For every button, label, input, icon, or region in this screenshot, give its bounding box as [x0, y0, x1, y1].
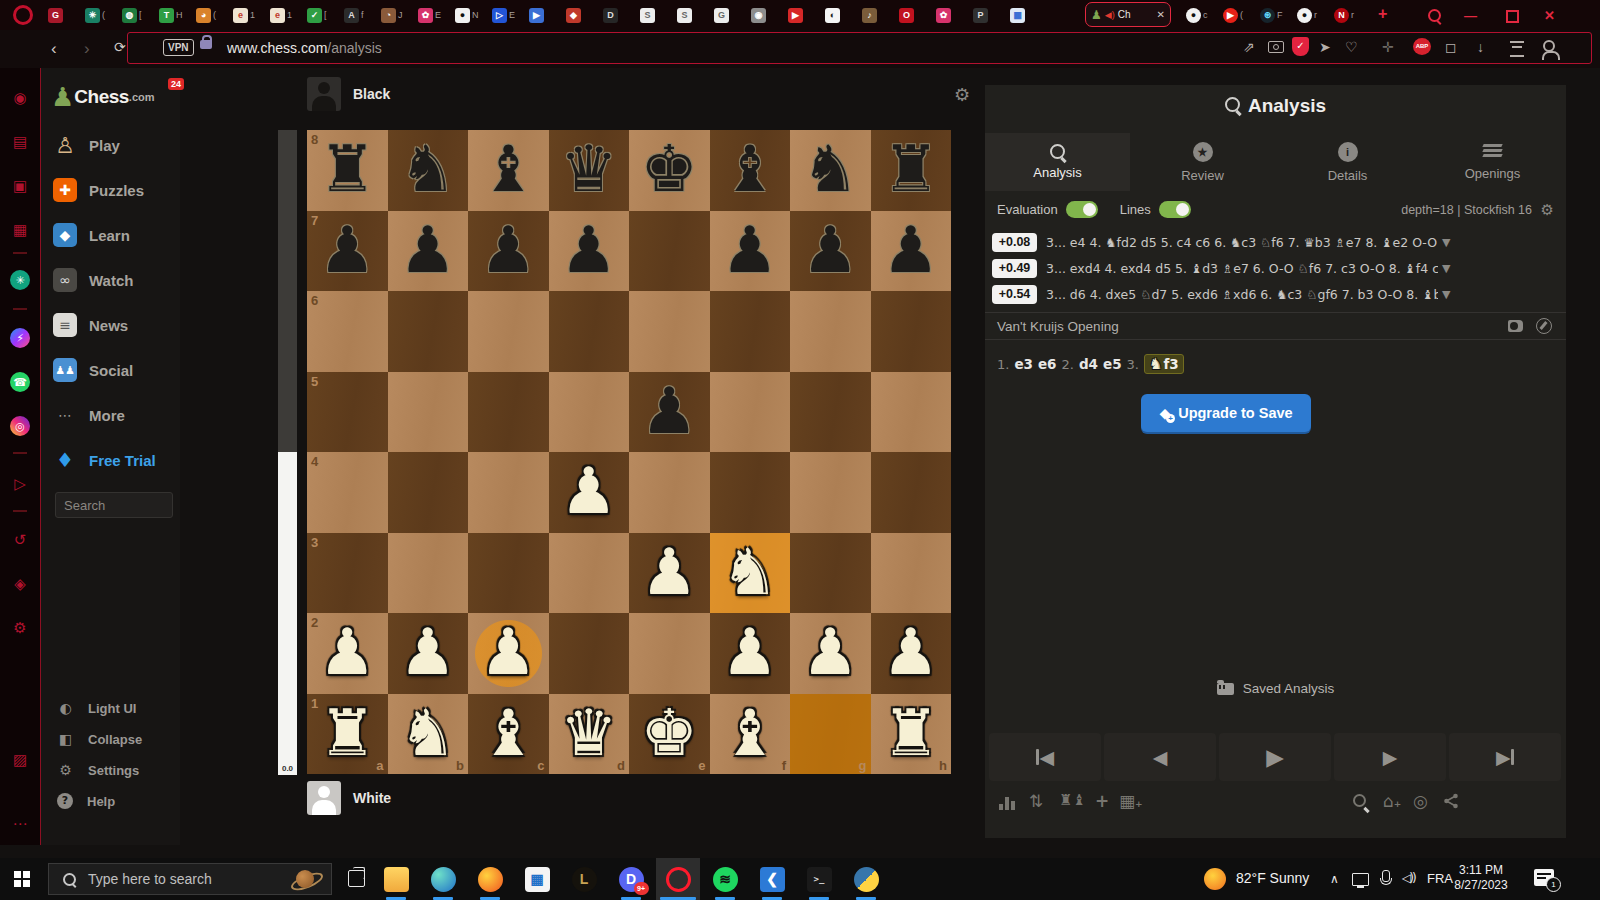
reload-button[interactable]: ⟳	[114, 39, 126, 55]
social-icon: ♟♟	[53, 358, 77, 382]
browser-tab[interactable]: e1	[233, 6, 255, 24]
black-bishop[interactable]: ♝	[710, 130, 791, 211]
extension-cube-icon[interactable]: ◻	[1445, 39, 1457, 55]
chesscom-logo[interactable]: ♟ Chess .com 24	[51, 82, 155, 112]
share-icon[interactable]	[1443, 793, 1459, 813]
taskbar-app-discord[interactable]: D9+	[609, 858, 653, 900]
opening-name[interactable]: Van't Kruijs Opening	[997, 319, 1119, 334]
microsoft-store-icon: ▦	[525, 867, 550, 892]
square-d7[interactable]: ♟	[549, 211, 630, 292]
browser-tab[interactable]: ◆	[566, 6, 583, 24]
taskbar-app-spotify[interactable]: ≋	[703, 858, 747, 900]
black-pawn[interactable]: ♟	[871, 211, 952, 292]
go-to-start-button[interactable]: ◀	[989, 733, 1101, 781]
saved-analysis-row[interactable]: Saved Analysis	[985, 681, 1566, 696]
firefox-icon	[478, 867, 503, 892]
move-text[interactable]: e6	[1038, 356, 1057, 372]
square-d8[interactable]: ♛	[549, 130, 630, 211]
rank-label: 8	[311, 132, 318, 147]
evaluation-toggle-row: Evaluation Lines	[997, 201, 1191, 218]
square-a5[interactable]: 5	[307, 372, 388, 453]
square-f7[interactable]: ♟	[710, 211, 791, 292]
tab-favicon: ◍	[122, 8, 137, 23]
next-move-button[interactable]: ▶	[1334, 733, 1446, 781]
square-a2[interactable]: 2♟	[307, 613, 388, 694]
square-f1[interactable]: f♝	[710, 694, 791, 775]
white-pawn[interactable]: ♟	[629, 533, 710, 614]
file-label: d	[617, 758, 625, 773]
black-pawn[interactable]: ♟	[790, 211, 871, 292]
browser-tab[interactable]: ▦	[1010, 6, 1027, 24]
tab-favicon: ▶	[529, 8, 544, 23]
images-icon[interactable]: ▨	[10, 750, 30, 770]
tab-openings[interactable]: Openings	[1420, 133, 1565, 191]
square-f4[interactable]	[710, 452, 791, 533]
search-icon	[63, 873, 76, 886]
move-text[interactable]: e3	[1014, 356, 1033, 372]
forward-button[interactable]: ›	[84, 39, 90, 59]
engine-line[interactable]: +0.493... exd4 4. exd4 d5 5. ♝d3 ♗e7 6. …	[985, 255, 1566, 281]
minimize-button[interactable]: —	[1464, 8, 1477, 23]
divider	[13, 452, 27, 454]
black-rook[interactable]: ♜	[307, 130, 388, 211]
taskbar-app-vscode[interactable]: ❮	[750, 858, 794, 900]
add-icon[interactable]: +	[1095, 791, 1109, 811]
pieces-setup-icon[interactable]: ♜♝	[1059, 791, 1086, 809]
knight-figurine-icon: ♞	[1149, 355, 1162, 373]
task-view-button[interactable]	[348, 870, 365, 887]
tune-icon[interactable]	[1510, 41, 1524, 57]
new-board-icon[interactable]: ▦+	[1119, 791, 1143, 811]
square-c1[interactable]: c♝	[468, 694, 549, 775]
divider	[13, 510, 27, 512]
taskbar-search[interactable]: Type here to search	[48, 863, 332, 895]
sidebar-item-play[interactable]: ♙Play	[53, 130, 120, 160]
square-g3[interactable]	[790, 533, 871, 614]
white-bishop[interactable]: ♝	[710, 694, 791, 775]
white-pawn[interactable]: ♟	[468, 613, 549, 694]
white-pawn[interactable]: ♟	[388, 613, 469, 694]
file-label: c	[537, 758, 544, 773]
browser-tab[interactable]: ▶	[788, 6, 805, 24]
sidebar-item-free-trial[interactable]: ♦Free Trial	[53, 445, 156, 475]
sidebar-footer-light-ui[interactable]: ◐Light UI	[57, 696, 136, 720]
taskbar-app-edge[interactable]	[421, 858, 465, 900]
browser-tab[interactable]: ✿	[936, 6, 953, 24]
sidebar-footer-label: Light UI	[88, 701, 136, 716]
sidebar-item-puzzles[interactable]: ✚Puzzles	[53, 175, 144, 205]
lines-toggle-label: Lines	[1120, 202, 1151, 217]
tab-favicon: ⊛	[1260, 8, 1275, 23]
square-d6[interactable]	[549, 291, 630, 372]
move-list[interactable]: 1.e3e62.d4e53.♞f3	[997, 353, 1184, 375]
square-b1[interactable]: b♞	[388, 694, 469, 775]
browser-address-bar: ‹ › ⟳ VPN www.chess.com/analysis ⇗ ✓ ➤ ♡…	[0, 30, 1600, 68]
bookmark-heart-icon[interactable]: ♡	[1345, 39, 1358, 55]
go-to-end-button[interactable]: ▶	[1449, 733, 1561, 781]
clock[interactable]: 3:11 PM 8/27/2023	[1452, 863, 1510, 893]
notification-badge: 1	[1546, 877, 1561, 892]
more-icon[interactable]: ⋯	[10, 814, 30, 834]
browser-tab[interactable]: G	[714, 6, 731, 24]
new-tab-button[interactable]: +	[1378, 5, 1387, 23]
more-dots-icon: ⋯	[53, 403, 77, 427]
browser-tab[interactable]: S	[640, 6, 657, 24]
upgrade-to-save-button[interactable]: ◆ Upgrade to Save	[1141, 394, 1311, 432]
square-b4[interactable]	[388, 452, 469, 533]
whatsapp-icon[interactable]: ☎	[10, 372, 30, 392]
move-text[interactable]: d4	[1079, 356, 1098, 372]
line-expand-chevron-icon[interactable]: ▼	[1442, 262, 1450, 275]
divider	[13, 308, 27, 310]
square-g6[interactable]	[790, 291, 871, 372]
square-a7[interactable]: 7♟	[307, 211, 388, 292]
library-icon[interactable]: ⌂+	[1383, 791, 1401, 811]
sidebar-footer-label: Help	[87, 794, 115, 809]
engine-line[interactable]: +0.543... d6 4. dxe5 ♘d7 5. exd6 ♗xd6 6.…	[985, 281, 1566, 307]
analysis-panel: Analysis Analysis★ReviewiDetailsOpenings…	[985, 85, 1566, 838]
square-b7[interactable]: ♟	[388, 211, 469, 292]
square-d1[interactable]: d♛	[549, 694, 630, 775]
explorer-compass-icon[interactable]	[1536, 318, 1552, 334]
browser-tab[interactable]: Nr	[1334, 6, 1354, 24]
evaluation-bar-white	[278, 452, 297, 775]
back-button[interactable]: ‹	[51, 39, 57, 59]
square-g2[interactable]: ♟	[790, 613, 871, 694]
square-e3[interactable]: ♟	[629, 533, 710, 614]
square-c4[interactable]	[468, 452, 549, 533]
square-f3[interactable]: ♞	[710, 533, 791, 614]
black-pawn[interactable]: ♟	[710, 211, 791, 292]
browser-tab[interactable]: ◐	[825, 6, 842, 24]
player-top-avatar[interactable]	[307, 77, 341, 111]
browser-tab[interactable]: ◉	[751, 6, 768, 24]
browser-tab[interactable]: ◍[	[122, 6, 142, 24]
browser-tab[interactable]: D	[603, 6, 620, 24]
black-king[interactable]: ♚	[629, 130, 710, 211]
line-moves: 3... e4 4. ♞fd2 d5 5. c4 c6 6. ♞c3 ♘f6 7…	[1046, 235, 1438, 250]
black-pawn[interactable]: ♟	[468, 211, 549, 292]
rank-label: 1	[311, 696, 318, 711]
light-ui-icon: ◐	[57, 700, 74, 716]
square-g8[interactable]: ♞	[790, 130, 871, 211]
square-h2[interactable]: ♟	[871, 613, 952, 694]
sidebar-footer-help[interactable]: ?Help	[57, 789, 115, 813]
logo-pawn-icon: ♟	[51, 82, 74, 112]
square-b6[interactable]	[388, 291, 469, 372]
browser-tab[interactable]: ▷E	[492, 6, 515, 24]
square-c5[interactable]	[468, 372, 549, 453]
square-a3[interactable]: 3	[307, 533, 388, 614]
black-pawn[interactable]: ♟	[629, 372, 710, 453]
sidebar-item-social[interactable]: ♟♟Social	[53, 355, 133, 385]
weather-sun-icon[interactable]	[1204, 868, 1226, 890]
chess-board[interactable]: 8♜♞♝♛♚♝♞♜7♟♟♟♟♟♟♟65♟4♟3♟♞2♟♟♟♟♟♟1a♜b♞c♝d…	[307, 130, 951, 774]
tab-analysis[interactable]: Analysis	[985, 133, 1130, 191]
tab-favicon: ◔	[381, 8, 396, 23]
square-g7[interactable]: ♟	[790, 211, 871, 292]
sidebar-item-label: Play	[89, 137, 120, 154]
date: 8/27/2023	[1452, 878, 1510, 893]
black-pawn[interactable]: ♟	[549, 211, 630, 292]
taskbar-app-microsoft-store[interactable]: ▦	[515, 858, 559, 900]
taskbar-app-file-explorer[interactable]	[374, 858, 418, 900]
rank-label: 4	[311, 454, 318, 469]
current-move-chip[interactable]: ♞f3	[1144, 354, 1184, 374]
collapse-icon: ◧	[57, 731, 74, 747]
player-bottom-row: White	[307, 781, 391, 815]
download-icon[interactable]: ↓	[1477, 39, 1484, 55]
details-info-icon: i	[1338, 142, 1358, 162]
tab-favicon: ✿	[418, 8, 433, 23]
line-expand-chevron-icon[interactable]: ▼	[1442, 236, 1450, 249]
browser-tab[interactable]: ◕(	[196, 6, 216, 24]
browser-tab[interactable]: ✓[	[307, 6, 327, 24]
zoom-analysis-icon[interactable]	[1353, 791, 1374, 811]
sidebar-search-input[interactable]: Search	[55, 492, 173, 518]
close-button[interactable]: ✕	[1544, 8, 1555, 23]
square-f2[interactable]: ♟	[710, 613, 791, 694]
taskbar-app-league-of-legends[interactable]: L	[562, 858, 606, 900]
player-bottom-avatar[interactable]	[307, 781, 341, 815]
sidebar-item-news[interactable]: ≡News	[53, 310, 128, 340]
square-g4[interactable]	[790, 452, 871, 533]
black-pawn[interactable]: ♟	[307, 211, 388, 292]
twitch-icon[interactable]: ▣	[10, 176, 30, 196]
browser-tab[interactable]: S	[677, 6, 694, 24]
browser-tab[interactable]: ✿E	[418, 6, 441, 24]
weather-text[interactable]: 82°F Sunny	[1236, 870, 1309, 886]
square-c8[interactable]: ♝	[468, 130, 549, 211]
tab-favicon: S	[640, 8, 655, 23]
share-page-icon[interactable]: ⇗	[1243, 39, 1255, 55]
square-a1[interactable]: 1a♜	[307, 694, 388, 775]
sidebar-footer-label: Collapse	[88, 732, 142, 747]
gx-setup-icon[interactable]: ▤	[10, 132, 30, 152]
tab-favicon: ♪	[862, 8, 877, 23]
square-e8[interactable]: ♚	[629, 130, 710, 211]
crosshair-icon[interactable]: ✛	[1382, 39, 1394, 55]
move-number: 3.	[1127, 357, 1139, 372]
square-h4[interactable]	[871, 452, 952, 533]
gx-corner-icon[interactable]: ▦	[10, 220, 30, 240]
tab-favicon: G	[714, 8, 729, 23]
desktop: G✳(◍[TH◕(e1e1✓[Af◔J✿E●N▷E▶◆DSSG◉▶◐♪O✿P▦ …	[0, 0, 1600, 900]
sidebar-item-label: News	[89, 317, 128, 334]
logo-text: Chess	[74, 86, 129, 108]
sidebar-footer-settings[interactable]: ⚙Settings	[57, 758, 139, 782]
file-label: g	[859, 758, 867, 773]
browser-tab[interactable]: TH	[159, 6, 183, 24]
square-e7[interactable]	[629, 211, 710, 292]
settings-icon: ⚙	[57, 762, 74, 778]
board-settings-gear-icon[interactable]: ⚙	[954, 84, 970, 105]
browser-tab[interactable]: ⊛F	[1260, 6, 1283, 24]
taskbar-app-python-idle[interactable]	[844, 858, 888, 900]
white-pawn[interactable]: ♟	[790, 613, 871, 694]
square-a8[interactable]: 8♜	[307, 130, 388, 211]
square-g1[interactable]: g	[790, 694, 871, 775]
square-f6[interactable]	[710, 291, 791, 372]
move-text[interactable]: e5	[1103, 356, 1122, 372]
black-rook[interactable]: ♜	[871, 130, 952, 211]
square-f8[interactable]: ♝	[710, 130, 791, 211]
tab-search-icon[interactable]	[1428, 9, 1441, 22]
browser-tab[interactable]: ✳(	[85, 6, 105, 24]
practice-target-icon[interactable]: ◎	[1413, 791, 1428, 811]
chatgpt-icon[interactable]: ✳	[10, 270, 30, 290]
tab-favicon: G	[48, 8, 63, 23]
active-tab-chess[interactable]: ♟ ◀) Ch ✕	[1085, 2, 1171, 27]
black-pawn[interactable]: ♟	[388, 211, 469, 292]
square-e2[interactable]	[629, 613, 710, 694]
profile-icon[interactable]	[1543, 40, 1555, 52]
square-h3[interactable]	[871, 533, 952, 614]
black-knight[interactable]: ♞	[388, 130, 469, 211]
tab-favicon: ▦	[1010, 8, 1025, 23]
network-icon[interactable]	[1352, 873, 1369, 886]
browser-tab[interactable]: ●c	[1186, 6, 1208, 24]
help-icon: ?	[57, 793, 73, 809]
square-h7[interactable]: ♟	[871, 211, 952, 292]
tab-favicon: ✓	[307, 8, 322, 23]
white-knight[interactable]: ♞	[710, 533, 791, 614]
sidebar-footer-collapse[interactable]: ◧Collapse	[57, 727, 142, 751]
instagram-icon[interactable]: ◎	[10, 416, 30, 436]
engine-settings-gear-icon[interactable]: ⚙	[1541, 201, 1554, 219]
tab-favicon: ●	[1186, 8, 1201, 23]
line-expand-chevron-icon[interactable]: ▼	[1442, 288, 1450, 301]
white-pawn[interactable]: ♟	[871, 613, 952, 694]
previous-move-button[interactable]: ◀	[1104, 733, 1216, 781]
square-c6[interactable]	[468, 291, 549, 372]
square-h5[interactable]	[871, 372, 952, 453]
tab-details[interactable]: iDetails	[1275, 133, 1420, 191]
browser-tab[interactable]: ●r	[1297, 6, 1317, 24]
tab-favicon: T	[159, 8, 174, 23]
snapshot-icon[interactable]	[1268, 41, 1284, 53]
gx-settings-icon[interactable]: ⚙	[10, 618, 30, 638]
sidebar-item-label: Learn	[89, 227, 130, 244]
lock-icon[interactable]	[200, 40, 212, 49]
opera-logo-icon[interactable]	[13, 5, 33, 25]
white-pawn[interactable]: ♟	[549, 452, 630, 533]
extensions-icon[interactable]: ◈	[10, 574, 30, 594]
browser-tab[interactable]: G	[48, 6, 65, 24]
logo-suffix: .com	[129, 91, 155, 103]
square-b5[interactable]	[388, 372, 469, 453]
square-b8[interactable]: ♞	[388, 130, 469, 211]
square-h6[interactable]	[871, 291, 952, 372]
volume-icon[interactable]: ◁))	[1402, 871, 1415, 885]
language-indicator[interactable]: FRA	[1427, 871, 1453, 886]
square-a4[interactable]: 4	[307, 452, 388, 533]
send-flow-icon[interactable]: ➤	[1319, 39, 1331, 55]
square-e5[interactable]: ♟	[629, 372, 710, 453]
square-b3[interactable]	[388, 533, 469, 614]
messenger-icon[interactable]: ⚡	[10, 328, 30, 348]
black-knight[interactable]: ♞	[790, 130, 871, 211]
square-b2[interactable]: ♟	[388, 613, 469, 694]
square-g5[interactable]	[790, 372, 871, 453]
browser-tab[interactable]: P	[973, 6, 990, 24]
adblock-abp-icon[interactable]: ABP	[1413, 38, 1431, 55]
flip-board-icon[interactable]: ⇅	[1029, 791, 1043, 811]
square-d5[interactable]	[549, 372, 630, 453]
opening-book-icon[interactable]	[1508, 320, 1523, 332]
microphone-icon[interactable]	[1382, 870, 1390, 882]
tab-favicon: ●	[1297, 8, 1312, 23]
watch-icon: ∞	[53, 268, 77, 292]
sidebar-item-watch[interactable]: ∞Watch	[53, 265, 133, 295]
browser-tab[interactable]: Af	[344, 6, 364, 24]
white-pawn[interactable]: ♟	[307, 613, 388, 694]
lines-toggle[interactable]	[1159, 201, 1191, 218]
square-c7[interactable]: ♟	[468, 211, 549, 292]
square-e4[interactable]	[629, 452, 710, 533]
browser-tab[interactable]: ●N	[455, 6, 479, 24]
square-e6[interactable]	[629, 291, 710, 372]
black-bishop[interactable]: ♝	[468, 130, 549, 211]
gx-shield-icon[interactable]: ✓	[1292, 37, 1309, 56]
square-f5[interactable]	[710, 372, 791, 453]
url-text[interactable]: www.chess.com/analysis	[227, 40, 382, 56]
vpn-badge[interactable]: VPN	[163, 39, 194, 56]
rank-label: 2	[311, 615, 318, 630]
taskbar-app-firefox[interactable]	[468, 858, 512, 900]
square-c2[interactable]: ♟	[468, 613, 549, 694]
square-d2[interactable]	[549, 613, 630, 694]
browser-tab[interactable]: O	[899, 6, 916, 24]
square-h1[interactable]: h♜	[871, 694, 952, 775]
tab-review[interactable]: ★Review	[1130, 133, 1275, 191]
tab-close-icon[interactable]: ✕	[1157, 9, 1165, 20]
square-d3[interactable]	[549, 533, 630, 614]
taskbar-app-opera-gx[interactable]	[656, 858, 700, 900]
rank-label: 3	[311, 535, 318, 550]
square-e1[interactable]: e♚	[629, 694, 710, 775]
maximize-button[interactable]	[1506, 10, 1519, 23]
black-queen[interactable]: ♛	[549, 130, 630, 211]
gx-video-icon[interactable]: ▷	[10, 474, 30, 494]
hidden-icons-chevron[interactable]: ∧	[1330, 872, 1339, 886]
gx-speed-dial-icon[interactable]: ◉	[10, 88, 30, 108]
engine-line[interactable]: +0.083... e4 4. ♞fd2 d5 5. c4 c6 6. ♞c3 …	[985, 229, 1566, 255]
sidebar-item-learn[interactable]: ◆Learn	[53, 220, 130, 250]
browser-tab[interactable]: ▶	[529, 6, 546, 24]
evaluation-chart-icon[interactable]	[999, 797, 1015, 810]
square-h8[interactable]: ♜	[871, 130, 952, 211]
browser-tab[interactable]: e1	[270, 6, 292, 24]
file-label: a	[376, 758, 383, 773]
white-pawn[interactable]: ♟	[710, 613, 791, 694]
browser-tab[interactable]: ◔J	[381, 6, 403, 24]
square-c3[interactable]	[468, 533, 549, 614]
start-button[interactable]	[14, 871, 30, 887]
square-d4[interactable]: ♟	[549, 452, 630, 533]
review-star-icon: ★	[1193, 142, 1213, 162]
evaluation-toggle[interactable]	[1066, 201, 1098, 218]
sidebar-item-more[interactable]: ⋯More	[53, 400, 125, 430]
browser-tab[interactable]: ♪	[862, 6, 879, 24]
history-icon[interactable]: ↺	[10, 530, 30, 550]
play-button[interactable]: ▶	[1219, 733, 1331, 781]
browser-tab[interactable]: ▶(	[1223, 6, 1243, 24]
square-a6[interactable]: 6	[307, 291, 388, 372]
taskbar-app-terminal[interactable]: >_	[797, 858, 841, 900]
tab-audio-icon[interactable]: ◀)	[1105, 10, 1115, 20]
tab-label: Details	[1328, 168, 1368, 183]
